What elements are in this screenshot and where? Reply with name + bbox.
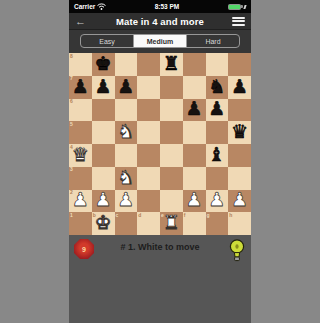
piece-black-bishop[interactable]: ♝ [208, 145, 225, 164]
square-f7[interactable] [183, 76, 206, 99]
square-f3[interactable] [183, 167, 206, 190]
square-h5[interactable]: ♛ [228, 121, 251, 144]
square-d7[interactable] [137, 76, 160, 99]
square-g5[interactable] [206, 121, 229, 144]
square-c1[interactable]: c [115, 212, 138, 235]
square-a7[interactable]: 7♟ [69, 76, 92, 99]
tab-medium[interactable]: Medium [133, 35, 186, 47]
square-f1[interactable]: f [183, 212, 206, 235]
square-b2[interactable]: ♟ [92, 190, 115, 213]
piece-white-knight[interactable]: ♞ [117, 168, 134, 187]
puzzle-caption: # 1. White to move [69, 235, 251, 252]
square-c5[interactable]: ♞ [115, 121, 138, 144]
piece-black-pawn[interactable]: ♟ [72, 77, 89, 96]
square-e1[interactable]: e♜ [160, 212, 183, 235]
square-a6[interactable]: 6 [69, 99, 92, 122]
square-b8[interactable]: ♚ [92, 53, 115, 76]
square-h6[interactable] [228, 99, 251, 122]
square-a4[interactable]: 4♛ [69, 144, 92, 167]
piece-white-pawn[interactable]: ♟ [72, 190, 89, 209]
square-b7[interactable]: ♟ [92, 76, 115, 99]
hint-lightbulb-icon[interactable] [229, 238, 245, 263]
piece-white-king[interactable]: ♚ [95, 213, 112, 232]
square-e7[interactable] [160, 76, 183, 99]
page-title: Mate in 4 and more [95, 16, 225, 27]
carrier-label: Carrier [74, 3, 95, 10]
square-f4[interactable] [183, 144, 206, 167]
square-a2[interactable]: 2♟ [69, 190, 92, 213]
square-a3[interactable]: 3 [69, 167, 92, 190]
piece-white-knight[interactable]: ♞ [117, 122, 134, 141]
fail-counter-badge[interactable]: 9 [74, 239, 94, 259]
status-bar: Carrier 8:53 PM [69, 0, 251, 13]
square-g2[interactable]: ♟ [206, 190, 229, 213]
square-c7[interactable]: ♟ [115, 76, 138, 99]
piece-white-pawn[interactable]: ♟ [117, 190, 134, 209]
piece-black-pawn[interactable]: ♟ [208, 99, 225, 118]
piece-black-pawn[interactable]: ♟ [186, 99, 203, 118]
square-g1[interactable]: g [206, 212, 229, 235]
square-c2[interactable]: ♟ [115, 190, 138, 213]
piece-black-pawn[interactable]: ♟ [95, 77, 112, 96]
coord-label: 6 [70, 99, 73, 104]
navigation-bar: ← Mate in 4 and more [69, 13, 251, 30]
square-h1[interactable]: h [228, 212, 251, 235]
square-d1[interactable]: d [137, 212, 160, 235]
back-button[interactable]: ← [75, 16, 95, 27]
square-g4[interactable]: ♝ [206, 144, 229, 167]
tab-easy[interactable]: Easy [81, 35, 133, 47]
wifi-icon [97, 3, 106, 10]
tab-hard[interactable]: Hard [186, 35, 239, 47]
square-h7[interactable]: ♟ [228, 76, 251, 99]
square-f6[interactable]: ♟ [183, 99, 206, 122]
square-b5[interactable] [92, 121, 115, 144]
coord-label: d [138, 213, 141, 218]
square-c3[interactable]: ♞ [115, 167, 138, 190]
square-e5[interactable] [160, 121, 183, 144]
square-e8[interactable]: ♜ [160, 53, 183, 76]
square-b1[interactable]: b♚ [92, 212, 115, 235]
square-b6[interactable] [92, 99, 115, 122]
square-c4[interactable] [115, 144, 138, 167]
square-h2[interactable]: ♟ [228, 190, 251, 213]
square-g7[interactable]: ♞ [206, 76, 229, 99]
footer-bar: 9 # 1. White to move [69, 235, 251, 323]
clock: 8:53 PM [155, 3, 180, 10]
piece-black-queen[interactable]: ♛ [231, 122, 248, 141]
battery-icon [228, 4, 247, 10]
piece-white-pawn[interactable]: ♟ [231, 190, 248, 209]
square-a5[interactable]: 5 [69, 121, 92, 144]
square-e3[interactable] [160, 167, 183, 190]
piece-white-pawn[interactable]: ♟ [208, 190, 225, 209]
piece-white-pawn[interactable]: ♟ [95, 190, 112, 209]
square-g6[interactable]: ♟ [206, 99, 229, 122]
square-d8[interactable] [137, 53, 160, 76]
square-c6[interactable] [115, 99, 138, 122]
coord-label: f [184, 213, 186, 218]
coord-label: 8 [70, 54, 73, 59]
coord-label: 1 [70, 213, 73, 218]
square-e2[interactable] [160, 190, 183, 213]
coord-label: h [229, 213, 232, 218]
piece-black-pawn[interactable]: ♟ [117, 77, 134, 96]
piece-black-pawn[interactable]: ♟ [231, 77, 248, 96]
square-h4[interactable] [228, 144, 251, 167]
square-c8[interactable] [115, 53, 138, 76]
piece-white-queen[interactable]: ♛ [72, 145, 89, 164]
square-a8[interactable]: 8 [69, 53, 92, 76]
piece-white-rook[interactable]: ♜ [163, 213, 180, 232]
piece-white-pawn[interactable]: ♟ [186, 190, 203, 209]
difficulty-tab-bar: Easy Medium Hard [69, 30, 251, 53]
square-e6[interactable] [160, 99, 183, 122]
coord-label: c [116, 213, 119, 218]
square-e4[interactable] [160, 144, 183, 167]
square-g8[interactable] [206, 53, 229, 76]
coord-label: 3 [70, 167, 73, 172]
square-h8[interactable] [228, 53, 251, 76]
square-d3[interactable] [137, 167, 160, 190]
square-f2[interactable]: ♟ [183, 190, 206, 213]
square-a1[interactable]: 1 [69, 212, 92, 235]
square-b3[interactable] [92, 167, 115, 190]
app-window: Carrier 8:53 PM ← Mate in 4 and more Eas… [69, 0, 251, 323]
square-h3[interactable] [228, 167, 251, 190]
difficulty-segmented-control: Easy Medium Hard [80, 34, 240, 48]
hamburger-menu-icon[interactable] [225, 17, 245, 26]
coord-label: g [207, 213, 210, 218]
piece-black-knight[interactable]: ♞ [208, 77, 225, 96]
square-g3[interactable] [206, 167, 229, 190]
square-b4[interactable] [92, 144, 115, 167]
square-d4[interactable] [137, 144, 160, 167]
square-d2[interactable] [137, 190, 160, 213]
square-f8[interactable] [183, 53, 206, 76]
piece-black-king[interactable]: ♚ [95, 54, 112, 73]
chess-board: 8♚♜7♟♟♟♞♟6♟♟5♞♛4♛♝3♞2♟♟♟♟♟♟1b♚cde♜fgh [69, 53, 251, 235]
square-d5[interactable] [137, 121, 160, 144]
square-d6[interactable] [137, 99, 160, 122]
piece-black-rook[interactable]: ♜ [163, 54, 180, 73]
square-f5[interactable] [183, 121, 206, 144]
coord-label: 5 [70, 122, 73, 127]
